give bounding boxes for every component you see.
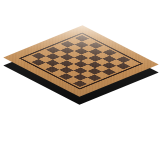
- product-photo-canvas: [0, 0, 160, 160]
- chess-board: [3, 25, 158, 96]
